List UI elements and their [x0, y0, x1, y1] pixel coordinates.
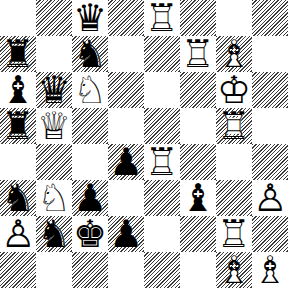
- piece-backing: ♞: [36, 180, 72, 216]
- piece-backing: ♛: [36, 72, 72, 108]
- square-g2[interactable]: ♜♖: [216, 216, 252, 252]
- square-d7[interactable]: [108, 36, 144, 72]
- piece-backing: ♜: [216, 216, 252, 252]
- square-d3[interactable]: [108, 180, 144, 216]
- square-b3[interactable]: ♞♘: [36, 180, 72, 216]
- square-e1[interactable]: [144, 252, 180, 288]
- piece-backing: ♝: [0, 72, 36, 108]
- square-a1[interactable]: [0, 252, 36, 288]
- piece-black-pawn-icon: ♟: [108, 216, 144, 252]
- square-c3[interactable]: ♟♟: [72, 180, 108, 216]
- square-g3[interactable]: [216, 180, 252, 216]
- square-g4[interactable]: [216, 144, 252, 180]
- piece-black-king-icon: ♚: [72, 216, 108, 252]
- square-f2[interactable]: [180, 216, 216, 252]
- piece-backing: ♛: [72, 0, 108, 36]
- piece-backing: ♜: [0, 36, 36, 72]
- square-b6[interactable]: ♛♛: [36, 72, 72, 108]
- piece-black-rook-icon: ♜: [0, 36, 36, 72]
- square-b7[interactable]: [36, 36, 72, 72]
- piece-backing: ♜: [144, 144, 180, 180]
- piece-backing: ♝: [216, 36, 252, 72]
- square-a2[interactable]: ♟♙: [0, 216, 36, 252]
- square-e7[interactable]: [144, 36, 180, 72]
- square-f3[interactable]: ♝♝: [180, 180, 216, 216]
- square-f8[interactable]: [180, 0, 216, 36]
- piece-black-queen-icon: ♛: [72, 0, 108, 36]
- square-e3[interactable]: [144, 180, 180, 216]
- square-f1[interactable]: [180, 252, 216, 288]
- square-f6[interactable]: [180, 72, 216, 108]
- square-e5[interactable]: [144, 108, 180, 144]
- square-b4[interactable]: [36, 144, 72, 180]
- square-d8[interactable]: [108, 0, 144, 36]
- square-e2[interactable]: [144, 216, 180, 252]
- piece-backing: ♟: [108, 144, 144, 180]
- chess-board: ♛♛♜♖♜♜♞♞♜♖♝♗♝♝♛♛♞♘♚♔♜♜♛♕♜♖♟♟♜♖♞♞♞♘♟♟♝♝♟♙…: [0, 0, 288, 288]
- piece-white-pawn-icon: ♙: [252, 180, 288, 216]
- square-g8[interactable]: [216, 0, 252, 36]
- piece-backing: ♝: [180, 180, 216, 216]
- square-g1[interactable]: ♝♗: [216, 252, 252, 288]
- piece-backing: ♝: [216, 252, 252, 288]
- square-c2[interactable]: ♚♚: [72, 216, 108, 252]
- piece-white-bishop-icon: ♗: [216, 36, 252, 72]
- square-h5[interactable]: [252, 108, 288, 144]
- square-f7[interactable]: ♜♖: [180, 36, 216, 72]
- square-a5[interactable]: ♜♜: [0, 108, 36, 144]
- piece-backing: ♜: [180, 36, 216, 72]
- piece-white-rook-icon: ♖: [216, 108, 252, 144]
- square-e8[interactable]: ♜♖: [144, 0, 180, 36]
- square-c1[interactable]: [72, 252, 108, 288]
- square-h3[interactable]: ♟♙: [252, 180, 288, 216]
- piece-backing: ♜: [216, 108, 252, 144]
- piece-backing: ♚: [216, 72, 252, 108]
- square-h2[interactable]: [252, 216, 288, 252]
- square-e4[interactable]: ♜♖: [144, 144, 180, 180]
- piece-backing: ♛: [36, 108, 72, 144]
- square-b1[interactable]: [36, 252, 72, 288]
- square-b2[interactable]: ♞♞: [36, 216, 72, 252]
- piece-black-knight-icon: ♞: [72, 36, 108, 72]
- square-f5[interactable]: [180, 108, 216, 144]
- square-d1[interactable]: [108, 252, 144, 288]
- piece-backing: ♞: [36, 216, 72, 252]
- piece-white-bishop-icon: ♗: [216, 252, 252, 288]
- square-a8[interactable]: [0, 0, 36, 36]
- square-h8[interactable]: [252, 0, 288, 36]
- square-a4[interactable]: [0, 144, 36, 180]
- piece-black-pawn-icon: ♟: [72, 180, 108, 216]
- piece-white-queen-icon: ♕: [36, 108, 72, 144]
- piece-backing: ♞: [72, 72, 108, 108]
- square-g6[interactable]: ♚♔: [216, 72, 252, 108]
- square-b8[interactable]: [36, 0, 72, 36]
- square-c8[interactable]: ♛♛: [72, 0, 108, 36]
- piece-white-rook-icon: ♖: [144, 0, 180, 36]
- square-d4[interactable]: ♟♟: [108, 144, 144, 180]
- piece-backing: ♟: [108, 216, 144, 252]
- piece-black-bishop-icon: ♝: [0, 72, 36, 108]
- square-c5[interactable]: [72, 108, 108, 144]
- piece-black-bishop-icon: ♝: [180, 180, 216, 216]
- piece-black-pawn-icon: ♟: [108, 144, 144, 180]
- piece-black-rook-icon: ♜: [0, 108, 36, 144]
- square-g7[interactable]: ♝♗: [216, 36, 252, 72]
- piece-white-knight-icon: ♘: [72, 72, 108, 108]
- piece-white-king-icon: ♔: [216, 72, 252, 108]
- piece-backing: ♜: [0, 108, 36, 144]
- piece-white-rook-icon: ♖: [216, 216, 252, 252]
- square-d5[interactable]: [108, 108, 144, 144]
- piece-backing: ♜: [144, 0, 180, 36]
- piece-white-bishop-icon: ♗: [252, 252, 288, 288]
- square-a7[interactable]: ♜♜: [0, 36, 36, 72]
- square-a6[interactable]: ♝♝: [0, 72, 36, 108]
- square-c7[interactable]: ♞♞: [72, 36, 108, 72]
- piece-black-knight-icon: ♞: [36, 216, 72, 252]
- piece-backing: ♟: [72, 180, 108, 216]
- square-d6[interactable]: [108, 72, 144, 108]
- square-a3[interactable]: ♞♞: [0, 180, 36, 216]
- piece-white-knight-icon: ♘: [36, 180, 72, 216]
- square-f4[interactable]: [180, 144, 216, 180]
- square-c4[interactable]: [72, 144, 108, 180]
- piece-backing: ♞: [72, 36, 108, 72]
- piece-white-pawn-icon: ♙: [0, 216, 36, 252]
- piece-backing: ♚: [72, 216, 108, 252]
- piece-backing: ♞: [0, 180, 36, 216]
- square-h4[interactable]: [252, 144, 288, 180]
- square-e6[interactable]: [144, 72, 180, 108]
- square-g5[interactable]: ♜♖: [216, 108, 252, 144]
- square-b5[interactable]: ♛♕: [36, 108, 72, 144]
- piece-white-rook-icon: ♖: [180, 36, 216, 72]
- piece-white-rook-icon: ♖: [144, 144, 180, 180]
- square-d2[interactable]: ♟♟: [108, 216, 144, 252]
- piece-black-queen-icon: ♛: [36, 72, 72, 108]
- piece-backing: ♝: [252, 252, 288, 288]
- piece-black-knight-icon: ♞: [0, 180, 36, 216]
- piece-backing: ♟: [252, 180, 288, 216]
- square-h6[interactable]: [252, 72, 288, 108]
- square-h1[interactable]: ♝♗: [252, 252, 288, 288]
- square-h7[interactable]: [252, 36, 288, 72]
- square-c6[interactable]: ♞♘: [72, 72, 108, 108]
- piece-backing: ♟: [0, 216, 36, 252]
